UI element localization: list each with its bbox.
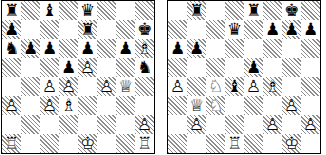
square-c4: ♟♙ — [40, 77, 59, 96]
square-d6 — [59, 39, 78, 58]
square-f8 — [263, 1, 282, 20]
white-pawn-icon: ♟♙ — [282, 96, 301, 115]
black-king-icon: ♚ — [282, 1, 301, 20]
white-rook-icon: ♜♖ — [135, 134, 154, 153]
square-b1 — [187, 134, 206, 153]
page: ♜♝♛♟♜♚♞♟♟♟♟♝♗♟♟♙♞♟♙♟♙♟♙♛♕♟♙♟♙♝♗♟♙♜♖♚♔♜♖ … — [0, 0, 326, 155]
square-d4: ♝ — [225, 77, 244, 96]
square-d8 — [225, 1, 244, 20]
square-c2 — [40, 115, 59, 134]
black-knight-icon: ♞ — [135, 58, 154, 77]
square-g5 — [282, 58, 301, 77]
black-pawn-icon: ♟ — [282, 20, 301, 39]
black-rook-icon: ♜ — [187, 1, 206, 20]
white-pawn-icon: ♟♙ — [168, 77, 187, 96]
square-h2: ♟♙ — [135, 115, 154, 134]
square-e5: ♟♙ — [78, 58, 97, 77]
square-d8 — [59, 1, 78, 20]
square-f1 — [263, 134, 282, 153]
square-d4: ♟♙ — [59, 77, 78, 96]
square-g4 — [282, 77, 301, 96]
square-g5 — [116, 58, 135, 77]
square-e1 — [244, 134, 263, 153]
square-h8 — [135, 1, 154, 20]
black-bishop-icon: ♝ — [225, 77, 244, 96]
white-pawn-icon: ♟♙ — [187, 115, 206, 134]
square-h2: ♟♙ — [301, 115, 320, 134]
square-d5 — [225, 58, 244, 77]
square-b7 — [187, 20, 206, 39]
square-b3: ♛♕ — [187, 96, 206, 115]
square-a1 — [168, 134, 187, 153]
square-e8: ♛ — [78, 1, 97, 20]
chessboard-right: ♜♜♚♛♟♟♟♟♟♟♟♙♞♘♝♟♙♝♗♛♕♞♘♟♙♟♙♟♙♟♙♜♖♚♔ — [167, 0, 321, 154]
square-h1 — [301, 134, 320, 153]
square-h4 — [135, 77, 154, 96]
square-c1 — [40, 134, 59, 153]
square-a4 — [2, 77, 21, 96]
chessboard-left: ♜♝♛♟♜♚♞♟♟♟♟♝♗♟♟♙♞♟♙♟♙♟♙♛♕♟♙♟♙♝♗♟♙♜♖♚♔♜♖ — [1, 0, 155, 154]
square-d3 — [225, 96, 244, 115]
square-h3 — [301, 96, 320, 115]
square-f4: ♝♗ — [263, 77, 282, 96]
black-pawn-icon: ♟ — [301, 20, 320, 39]
white-bishop-icon: ♝♗ — [59, 96, 78, 115]
square-a5 — [2, 58, 21, 77]
white-bishop-icon: ♝♗ — [135, 39, 154, 58]
white-pawn-icon: ♟♙ — [40, 77, 59, 96]
black-pawn-icon: ♟ — [78, 39, 97, 58]
white-rook-icon: ♜♖ — [225, 134, 244, 153]
square-h6 — [301, 39, 320, 58]
white-pawn-icon: ♟♙ — [263, 115, 282, 134]
white-pawn-icon: ♟♙ — [40, 96, 59, 115]
white-pawn-icon: ♟♙ — [135, 115, 154, 134]
square-g7: ♟ — [282, 20, 301, 39]
square-f2: ♟♙ — [263, 115, 282, 134]
square-h6: ♝♗ — [135, 39, 154, 58]
square-d2 — [59, 115, 78, 134]
white-pawn-icon: ♟♙ — [59, 77, 78, 96]
square-b5 — [187, 58, 206, 77]
square-f3 — [263, 96, 282, 115]
square-c1 — [206, 134, 225, 153]
black-pawn-icon: ♟ — [187, 39, 206, 58]
black-pawn-icon: ♟ — [168, 39, 187, 58]
square-d2 — [225, 115, 244, 134]
square-c6: ♟ — [40, 39, 59, 58]
black-pawn-icon: ♟ — [244, 58, 263, 77]
square-a4: ♟♙ — [168, 77, 187, 96]
black-queen-icon: ♛ — [225, 20, 244, 39]
square-d3: ♝♗ — [59, 96, 78, 115]
square-f7 — [97, 20, 116, 39]
square-e4 — [78, 77, 97, 96]
white-bishop-icon: ♝♗ — [263, 77, 282, 96]
square-f1 — [97, 134, 116, 153]
square-b7 — [21, 20, 40, 39]
square-f5 — [263, 58, 282, 77]
square-h1: ♜♖ — [135, 134, 154, 153]
square-a1: ♜♖ — [2, 134, 21, 153]
square-b6: ♟ — [21, 39, 40, 58]
square-g8: ♚ — [282, 1, 301, 20]
white-rook-icon: ♜♖ — [2, 134, 21, 153]
square-e3 — [244, 96, 263, 115]
black-pawn-icon: ♟ — [21, 39, 40, 58]
square-h5 — [301, 58, 320, 77]
square-a5 — [168, 58, 187, 77]
square-b2: ♟♙ — [187, 115, 206, 134]
square-d7 — [59, 20, 78, 39]
square-h8 — [301, 1, 320, 20]
square-d1 — [59, 134, 78, 153]
square-h4 — [301, 77, 320, 96]
square-f4: ♟♙ — [97, 77, 116, 96]
square-g7 — [116, 20, 135, 39]
square-h5: ♞ — [135, 58, 154, 77]
square-e6: ♟ — [78, 39, 97, 58]
square-a8 — [168, 1, 187, 20]
square-f3 — [97, 96, 116, 115]
square-f2 — [97, 115, 116, 134]
black-pawn-icon: ♟ — [2, 20, 21, 39]
white-queen-icon: ♛♕ — [116, 77, 135, 96]
square-h7: ♚ — [135, 20, 154, 39]
square-d5: ♟ — [59, 58, 78, 77]
white-knight-icon: ♞♘ — [206, 96, 225, 115]
black-bishop-icon: ♝ — [40, 1, 59, 20]
square-f6 — [263, 39, 282, 58]
square-e7: ♜ — [78, 20, 97, 39]
square-e2 — [78, 115, 97, 134]
square-g6: ♟ — [116, 39, 135, 58]
square-a6: ♟ — [168, 39, 187, 58]
black-queen-icon: ♛ — [78, 1, 97, 20]
black-knight-icon: ♞ — [2, 39, 21, 58]
square-d7: ♛ — [225, 20, 244, 39]
square-e6 — [244, 39, 263, 58]
black-rook-icon: ♜ — [244, 1, 263, 20]
square-g2 — [116, 115, 135, 134]
square-a6: ♞ — [2, 39, 21, 58]
white-pawn-icon: ♟♙ — [2, 96, 21, 115]
square-c8: ♝ — [40, 1, 59, 20]
square-g3: ♟♙ — [282, 96, 301, 115]
black-pawn-icon: ♟ — [263, 20, 282, 39]
square-b3 — [21, 96, 40, 115]
square-a2 — [168, 115, 187, 134]
white-queen-icon: ♛♕ — [187, 96, 206, 115]
square-c6 — [206, 39, 225, 58]
white-pawn-icon: ♟♙ — [97, 77, 116, 96]
square-c3: ♟♙ — [40, 96, 59, 115]
square-c4: ♞♘ — [206, 77, 225, 96]
square-g4: ♛♕ — [116, 77, 135, 96]
white-king-icon: ♚♔ — [282, 134, 301, 153]
square-c3: ♞♘ — [206, 96, 225, 115]
square-c2 — [206, 115, 225, 134]
square-b8: ♜ — [187, 1, 206, 20]
black-pawn-icon: ♟ — [116, 39, 135, 58]
square-e7 — [244, 20, 263, 39]
square-d1: ♜♖ — [225, 134, 244, 153]
square-g2 — [282, 115, 301, 134]
square-g6 — [282, 39, 301, 58]
square-a3: ♟♙ — [2, 96, 21, 115]
square-c5 — [206, 58, 225, 77]
square-b1 — [21, 134, 40, 153]
square-g1: ♚♔ — [282, 134, 301, 153]
black-rook-icon: ♜ — [78, 20, 97, 39]
black-pawn-icon: ♟ — [59, 58, 78, 77]
square-c8 — [206, 1, 225, 20]
square-b8 — [21, 1, 40, 20]
square-e1: ♚♔ — [78, 134, 97, 153]
white-pawn-icon: ♟♙ — [78, 58, 97, 77]
square-f7: ♟ — [263, 20, 282, 39]
square-c7 — [206, 20, 225, 39]
square-a2 — [2, 115, 21, 134]
square-h3 — [135, 96, 154, 115]
square-f5 — [97, 58, 116, 77]
square-c5 — [40, 58, 59, 77]
square-e4: ♟♙ — [244, 77, 263, 96]
square-a7: ♟ — [2, 20, 21, 39]
square-h7: ♟ — [301, 20, 320, 39]
square-e3 — [78, 96, 97, 115]
square-a3 — [168, 96, 187, 115]
square-e2 — [244, 115, 263, 134]
square-g1 — [116, 134, 135, 153]
black-king-icon: ♚ — [135, 20, 154, 39]
white-pawn-icon: ♟♙ — [301, 115, 320, 134]
black-rook-icon: ♜ — [2, 1, 21, 20]
square-b2 — [21, 115, 40, 134]
square-a8: ♜ — [2, 1, 21, 20]
square-a7 — [168, 20, 187, 39]
white-pawn-icon: ♟♙ — [244, 77, 263, 96]
square-b4 — [21, 77, 40, 96]
square-c7 — [40, 20, 59, 39]
square-b5 — [21, 58, 40, 77]
square-b6: ♟ — [187, 39, 206, 58]
black-pawn-icon: ♟ — [40, 39, 59, 58]
white-knight-icon: ♞♘ — [206, 77, 225, 96]
square-b4 — [187, 77, 206, 96]
square-g3 — [116, 96, 135, 115]
square-g8 — [116, 1, 135, 20]
square-d6 — [225, 39, 244, 58]
square-e5: ♟ — [244, 58, 263, 77]
square-f6 — [97, 39, 116, 58]
square-e8: ♜ — [244, 1, 263, 20]
white-king-icon: ♚♔ — [78, 134, 97, 153]
square-f8 — [97, 1, 116, 20]
